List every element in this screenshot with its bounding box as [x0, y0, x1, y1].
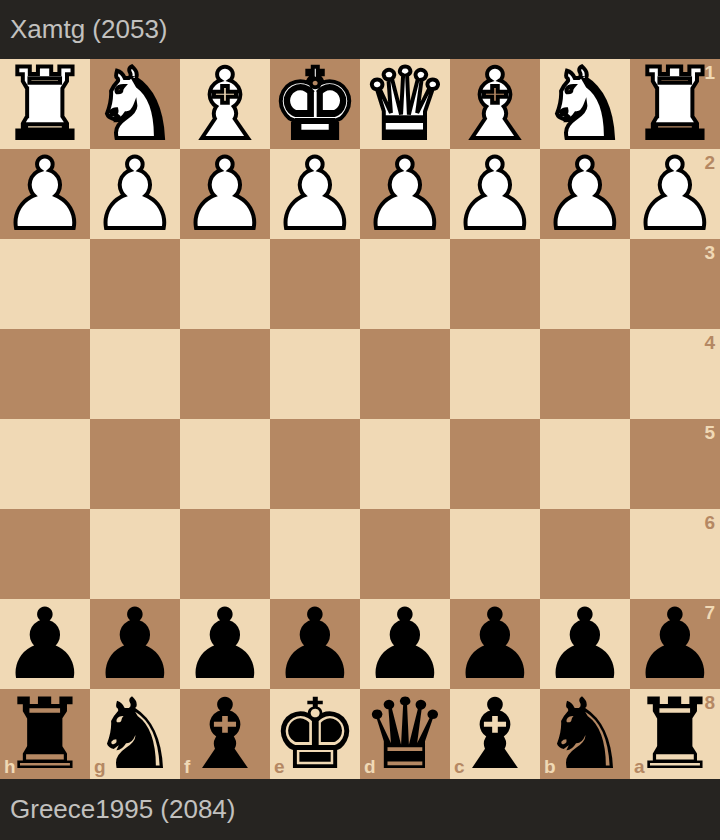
- square-g1[interactable]: ♞: [90, 59, 180, 149]
- file-label-f: f: [184, 757, 190, 776]
- square-h1[interactable]: ♜: [0, 59, 90, 149]
- square-f4[interactable]: [180, 329, 270, 419]
- piece-black-pawn[interactable]: ♟: [540, 599, 630, 689]
- piece-white-rook[interactable]: ♜: [0, 59, 90, 149]
- square-d4[interactable]: [360, 329, 450, 419]
- rank-label-8: 8: [704, 693, 715, 712]
- piece-white-pawn[interactable]: ♟: [270, 149, 360, 239]
- square-e7[interactable]: ♟: [270, 599, 360, 689]
- player-name-bottom: Greece1995 (2084): [10, 794, 235, 825]
- piece-black-pawn[interactable]: ♟: [270, 599, 360, 689]
- square-e5[interactable]: [270, 419, 360, 509]
- square-h6[interactable]: [0, 509, 90, 599]
- rank-label-4: 4: [704, 333, 715, 352]
- square-d3[interactable]: [360, 239, 450, 329]
- square-d5[interactable]: [360, 419, 450, 509]
- square-d1[interactable]: ♛: [360, 59, 450, 149]
- rank-label-7: 7: [704, 603, 715, 622]
- square-f1[interactable]: ♝: [180, 59, 270, 149]
- square-b2[interactable]: ♟: [540, 149, 630, 239]
- square-c4[interactable]: [450, 329, 540, 419]
- rank-label-5: 5: [704, 423, 715, 442]
- square-f5[interactable]: [180, 419, 270, 509]
- square-a3[interactable]: 3: [630, 239, 720, 329]
- chess-board: ♜♞♝♚♛♝♞♜1♟♟♟♟♟♟♟♟23456♟♟♟♟♟♟♟♟7♜h♞g♝f♚e♛…: [0, 59, 720, 779]
- square-a5[interactable]: 5: [630, 419, 720, 509]
- square-b3[interactable]: [540, 239, 630, 329]
- rank-label-6: 6: [704, 513, 715, 532]
- file-label-a: a: [634, 757, 645, 776]
- square-e8[interactable]: ♚e: [270, 689, 360, 779]
- piece-white-knight[interactable]: ♞: [540, 59, 630, 149]
- piece-black-pawn[interactable]: ♟: [180, 599, 270, 689]
- piece-black-pawn[interactable]: ♟: [450, 599, 540, 689]
- square-g3[interactable]: [90, 239, 180, 329]
- piece-white-pawn[interactable]: ♟: [90, 149, 180, 239]
- rank-label-2: 2: [704, 153, 715, 172]
- square-e1[interactable]: ♚: [270, 59, 360, 149]
- square-f8[interactable]: ♝f: [180, 689, 270, 779]
- player-name-top: Xamtg (2053): [10, 14, 168, 45]
- file-label-h: h: [4, 757, 16, 776]
- rank-label-1: 1: [704, 63, 715, 82]
- square-h4[interactable]: [0, 329, 90, 419]
- square-g8[interactable]: ♞g: [90, 689, 180, 779]
- piece-black-pawn[interactable]: ♟: [0, 599, 90, 689]
- piece-black-bishop[interactable]: ♝: [180, 689, 270, 779]
- file-label-e: e: [274, 757, 285, 776]
- piece-white-pawn[interactable]: ♟: [540, 149, 630, 239]
- square-b7[interactable]: ♟: [540, 599, 630, 689]
- square-a6[interactable]: 6: [630, 509, 720, 599]
- square-b1[interactable]: ♞: [540, 59, 630, 149]
- chess-game-screen: Xamtg (2053) ♜♞♝♚♛♝♞♜1♟♟♟♟♟♟♟♟23456♟♟♟♟♟…: [0, 0, 720, 840]
- piece-black-pawn[interactable]: ♟: [360, 599, 450, 689]
- square-a2[interactable]: ♟2: [630, 149, 720, 239]
- square-c8[interactable]: ♝c: [450, 689, 540, 779]
- square-d7[interactable]: ♟: [360, 599, 450, 689]
- square-c5[interactable]: [450, 419, 540, 509]
- square-g4[interactable]: [90, 329, 180, 419]
- rank-label-3: 3: [704, 243, 715, 262]
- square-a4[interactable]: 4: [630, 329, 720, 419]
- square-f7[interactable]: ♟: [180, 599, 270, 689]
- piece-white-pawn[interactable]: ♟: [450, 149, 540, 239]
- square-d6[interactable]: [360, 509, 450, 599]
- piece-black-pawn[interactable]: ♟: [90, 599, 180, 689]
- file-label-d: d: [364, 757, 376, 776]
- square-f2[interactable]: ♟: [180, 149, 270, 239]
- square-d8[interactable]: ♛d: [360, 689, 450, 779]
- square-f3[interactable]: [180, 239, 270, 329]
- square-b5[interactable]: [540, 419, 630, 509]
- square-e4[interactable]: [270, 329, 360, 419]
- piece-white-bishop[interactable]: ♝: [450, 59, 540, 149]
- square-h8[interactable]: ♜h: [0, 689, 90, 779]
- square-e6[interactable]: [270, 509, 360, 599]
- square-h2[interactable]: ♟: [0, 149, 90, 239]
- square-h3[interactable]: [0, 239, 90, 329]
- piece-white-pawn[interactable]: ♟: [360, 149, 450, 239]
- square-c1[interactable]: ♝: [450, 59, 540, 149]
- piece-white-bishop[interactable]: ♝: [180, 59, 270, 149]
- square-h7[interactable]: ♟: [0, 599, 90, 689]
- piece-white-pawn[interactable]: ♟: [0, 149, 90, 239]
- piece-white-pawn[interactable]: ♟: [180, 149, 270, 239]
- file-label-b: b: [544, 757, 556, 776]
- square-e3[interactable]: [270, 239, 360, 329]
- square-g6[interactable]: [90, 509, 180, 599]
- square-g7[interactable]: ♟: [90, 599, 180, 689]
- square-g5[interactable]: [90, 419, 180, 509]
- square-a8[interactable]: ♜8a: [630, 689, 720, 779]
- square-c7[interactable]: ♟: [450, 599, 540, 689]
- file-label-c: c: [454, 757, 465, 776]
- square-a7[interactable]: ♟7: [630, 599, 720, 689]
- square-c3[interactable]: [450, 239, 540, 329]
- square-e2[interactable]: ♟: [270, 149, 360, 239]
- square-b8[interactable]: ♞b: [540, 689, 630, 779]
- square-b6[interactable]: [540, 509, 630, 599]
- piece-white-knight[interactable]: ♞: [90, 59, 180, 149]
- square-g2[interactable]: ♟: [90, 149, 180, 239]
- square-f6[interactable]: [180, 509, 270, 599]
- square-a1[interactable]: ♜1: [630, 59, 720, 149]
- square-b4[interactable]: [540, 329, 630, 419]
- square-c2[interactable]: ♟: [450, 149, 540, 239]
- piece-white-king[interactable]: ♚: [270, 59, 360, 149]
- file-label-g: g: [94, 757, 106, 776]
- square-h5[interactable]: [0, 419, 90, 509]
- piece-white-queen[interactable]: ♛: [360, 59, 450, 149]
- square-c6[interactable]: [450, 509, 540, 599]
- square-d2[interactable]: ♟: [360, 149, 450, 239]
